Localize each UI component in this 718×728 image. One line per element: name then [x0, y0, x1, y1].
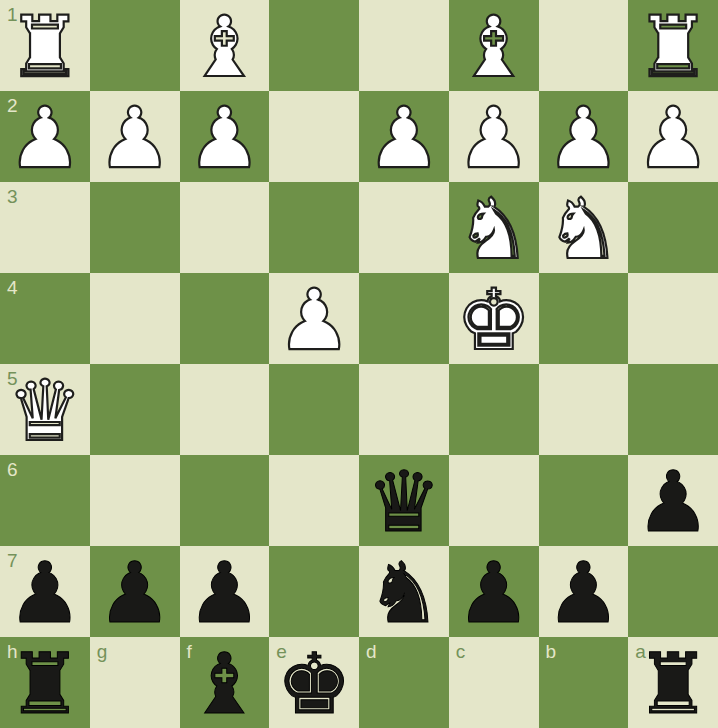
square-e1[interactable] — [269, 0, 359, 91]
black-pawn[interactable]: ♟ — [456, 551, 531, 635]
black-pawn[interactable]: ♟ — [7, 551, 82, 635]
white-pawn[interactable]: ♟ — [456, 96, 531, 180]
square-a3[interactable] — [628, 182, 718, 273]
square-d2[interactable]: ♟ — [359, 91, 449, 182]
rank-label-6: 6 — [7, 460, 18, 479]
square-e2[interactable] — [269, 91, 359, 182]
square-a4[interactable] — [628, 273, 718, 364]
square-g5[interactable] — [90, 364, 180, 455]
white-pawn[interactable]: ♟ — [7, 96, 82, 180]
square-c5[interactable] — [449, 364, 539, 455]
square-b3[interactable]: ♞ — [539, 182, 629, 273]
square-e4[interactable]: ♟ — [269, 273, 359, 364]
square-a7[interactable] — [628, 546, 718, 637]
square-g8[interactable]: g — [90, 637, 180, 728]
square-a2[interactable]: ♟ — [628, 91, 718, 182]
square-h4[interactable]: 4 — [0, 273, 90, 364]
white-pawn[interactable]: ♟ — [546, 96, 621, 180]
square-b6[interactable] — [539, 455, 629, 546]
square-c8[interactable]: c — [449, 637, 539, 728]
square-d8[interactable]: d — [359, 637, 449, 728]
square-f4[interactable] — [180, 273, 270, 364]
square-d7[interactable]: ♞ — [359, 546, 449, 637]
black-bishop[interactable]: ♝ — [187, 642, 262, 726]
rank-label-3: 3 — [7, 187, 18, 206]
black-pawn[interactable]: ♟ — [635, 460, 710, 544]
square-d4[interactable] — [359, 273, 449, 364]
white-rook[interactable]: ♜ — [635, 5, 710, 89]
file-label-g: g — [97, 642, 108, 661]
square-h8[interactable]: h♜ — [0, 637, 90, 728]
square-e6[interactable] — [269, 455, 359, 546]
square-e7[interactable] — [269, 546, 359, 637]
square-g4[interactable] — [90, 273, 180, 364]
square-c6[interactable] — [449, 455, 539, 546]
square-h7[interactable]: 7♟ — [0, 546, 90, 637]
square-g7[interactable]: ♟ — [90, 546, 180, 637]
square-e3[interactable] — [269, 182, 359, 273]
square-g3[interactable] — [90, 182, 180, 273]
white-pawn[interactable]: ♟ — [635, 96, 710, 180]
white-knight[interactable]: ♞ — [456, 187, 531, 271]
square-a5[interactable] — [628, 364, 718, 455]
square-f3[interactable] — [180, 182, 270, 273]
square-c7[interactable]: ♟ — [449, 546, 539, 637]
file-label-b: b — [546, 642, 557, 661]
square-f8[interactable]: f♝ — [180, 637, 270, 728]
square-a8[interactable]: a♜ — [628, 637, 718, 728]
white-bishop[interactable]: ♝ — [187, 5, 262, 89]
rank-label-4: 4 — [7, 278, 18, 297]
white-pawn[interactable]: ♟ — [366, 96, 441, 180]
square-b4[interactable] — [539, 273, 629, 364]
black-pawn[interactable]: ♟ — [546, 551, 621, 635]
square-d3[interactable] — [359, 182, 449, 273]
square-a6[interactable]: ♟ — [628, 455, 718, 546]
square-f5[interactable] — [180, 364, 270, 455]
black-pawn[interactable]: ♟ — [97, 551, 172, 635]
black-knight[interactable]: ♞ — [366, 551, 441, 635]
square-b2[interactable]: ♟ — [539, 91, 629, 182]
square-b8[interactable]: b — [539, 637, 629, 728]
square-f7[interactable]: ♟ — [180, 546, 270, 637]
chess-board: 1♜♝♝♜2♟♟♟♟♟♟♟3♞♞4♟♚5♛6♛♟7♟♟♟♞♟♟h♜gf♝e♚dc… — [0, 0, 718, 728]
black-rook[interactable]: ♜ — [635, 642, 710, 726]
square-d5[interactable] — [359, 364, 449, 455]
black-queen[interactable]: ♛ — [366, 460, 441, 544]
square-d1[interactable] — [359, 0, 449, 91]
square-h1[interactable]: 1♜ — [0, 0, 90, 91]
square-a1[interactable]: ♜ — [628, 0, 718, 91]
white-queen[interactable]: ♛ — [7, 369, 82, 453]
square-h6[interactable]: 6 — [0, 455, 90, 546]
square-c2[interactable]: ♟ — [449, 91, 539, 182]
square-f2[interactable]: ♟ — [180, 91, 270, 182]
black-king[interactable]: ♚ — [276, 642, 351, 726]
white-pawn[interactable]: ♟ — [97, 96, 172, 180]
file-label-d: d — [366, 642, 377, 661]
white-king[interactable]: ♚ — [456, 278, 531, 362]
white-pawn[interactable]: ♟ — [276, 278, 351, 362]
black-rook[interactable]: ♜ — [7, 642, 82, 726]
black-pawn[interactable]: ♟ — [187, 551, 262, 635]
square-c4[interactable]: ♚ — [449, 273, 539, 364]
square-b5[interactable] — [539, 364, 629, 455]
white-pawn[interactable]: ♟ — [187, 96, 262, 180]
square-c1[interactable]: ♝ — [449, 0, 539, 91]
square-g1[interactable] — [90, 0, 180, 91]
square-h2[interactable]: 2♟ — [0, 91, 90, 182]
white-rook[interactable]: ♜ — [7, 5, 82, 89]
square-g6[interactable] — [90, 455, 180, 546]
square-d6[interactable]: ♛ — [359, 455, 449, 546]
file-label-c: c — [456, 642, 466, 661]
white-bishop[interactable]: ♝ — [456, 5, 531, 89]
square-c3[interactable]: ♞ — [449, 182, 539, 273]
square-g2[interactable]: ♟ — [90, 91, 180, 182]
square-b7[interactable]: ♟ — [539, 546, 629, 637]
square-e8[interactable]: e♚ — [269, 637, 359, 728]
square-f6[interactable] — [180, 455, 270, 546]
square-b1[interactable] — [539, 0, 629, 91]
square-e5[interactable] — [269, 364, 359, 455]
square-h3[interactable]: 3 — [0, 182, 90, 273]
square-f1[interactable]: ♝ — [180, 0, 270, 91]
square-h5[interactable]: 5♛ — [0, 364, 90, 455]
white-knight[interactable]: ♞ — [546, 187, 621, 271]
